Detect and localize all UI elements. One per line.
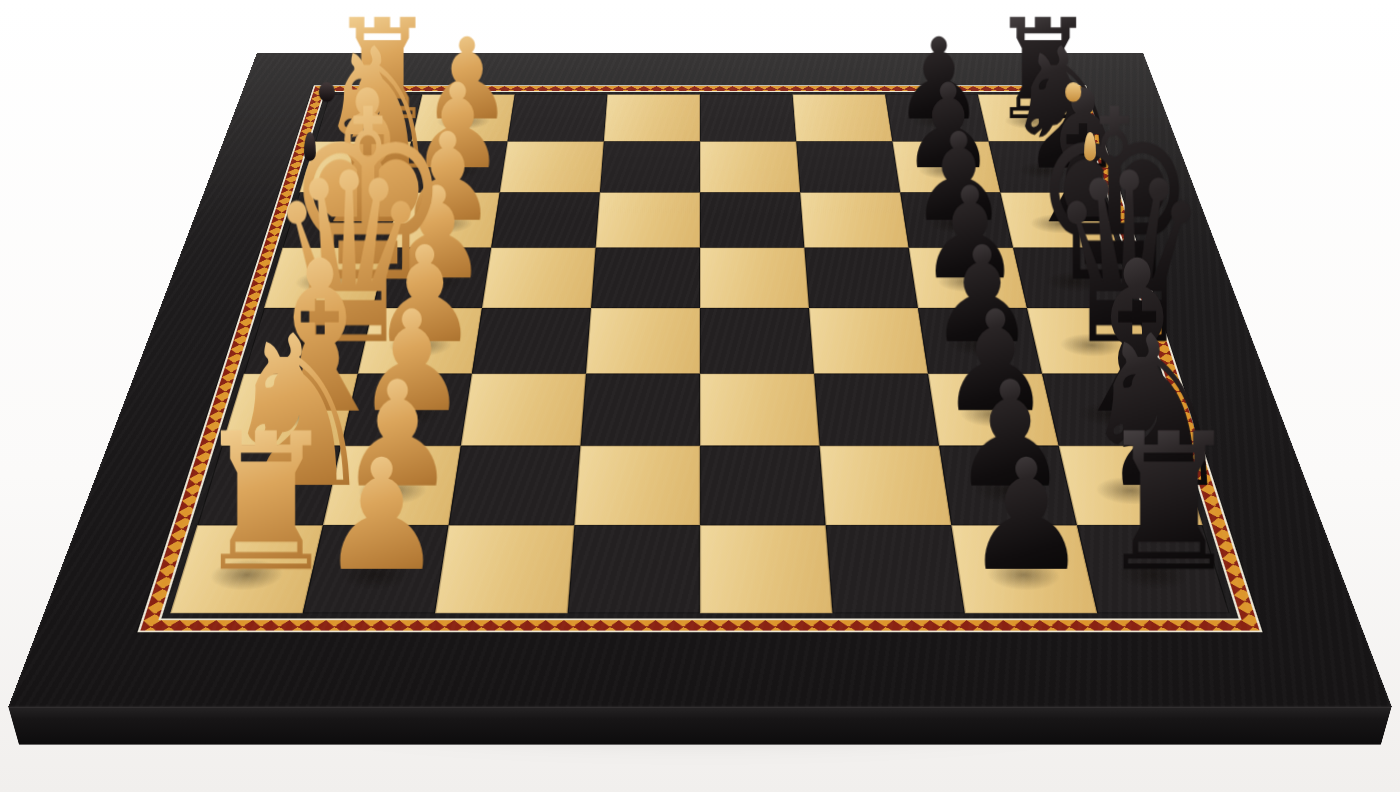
piece-black-rook[interactable]: ♜ [1097, 409, 1207, 598]
chess-board: ♜♟♟♜♞♟♟♞♝♟♟♝♚♟♟♚♛♟♟♛♝♟♟♝♞♟♟♞♜♟♟♜ [8, 53, 1391, 707]
square-r8c7[interactable]: ♟ [951, 525, 1097, 613]
square-r6c4[interactable] [580, 374, 700, 446]
square-r7c6[interactable] [820, 446, 952, 525]
white-pawn-glyph: ♟ [320, 439, 444, 593]
square-r7c4[interactable] [574, 446, 700, 525]
piece-white-rook[interactable]: ♜ [194, 409, 304, 598]
square-r5c6[interactable] [809, 308, 928, 374]
square-r8c1[interactable]: ♜ [170, 525, 323, 613]
square-r8c3[interactable] [435, 525, 574, 613]
white-rook-glyph: ♜ [194, 409, 338, 598]
square-r8c8[interactable]: ♜ [1077, 525, 1230, 613]
square-r7c5[interactable] [700, 446, 826, 525]
square-r5c5[interactable] [700, 308, 814, 374]
board-front-edge [8, 707, 1391, 745]
square-r5c3[interactable] [472, 308, 591, 374]
square-r6c3[interactable] [461, 374, 586, 446]
queen-teardrop-finial [1084, 132, 1095, 161]
square-r8c6[interactable] [826, 525, 965, 613]
square-r6c6[interactable] [814, 374, 939, 446]
square-r6c5[interactable] [700, 374, 820, 446]
piece-black-pawn[interactable]: ♟ [964, 439, 1080, 593]
queen-teardrop-finial [304, 132, 315, 161]
square-r5c4[interactable] [586, 308, 700, 374]
photo-scene: ♜♟♟♜♞♟♟♞♝♟♟♝♚♟♟♚♛♟♟♛♝♟♟♝♞♟♟♞♜♟♟♜ [0, 0, 1400, 792]
square-r8c4[interactable] [568, 525, 700, 613]
black-pawn-glyph: ♟ [964, 439, 1088, 593]
square-r8c5[interactable] [700, 525, 832, 613]
square-r7c3[interactable] [449, 446, 581, 525]
